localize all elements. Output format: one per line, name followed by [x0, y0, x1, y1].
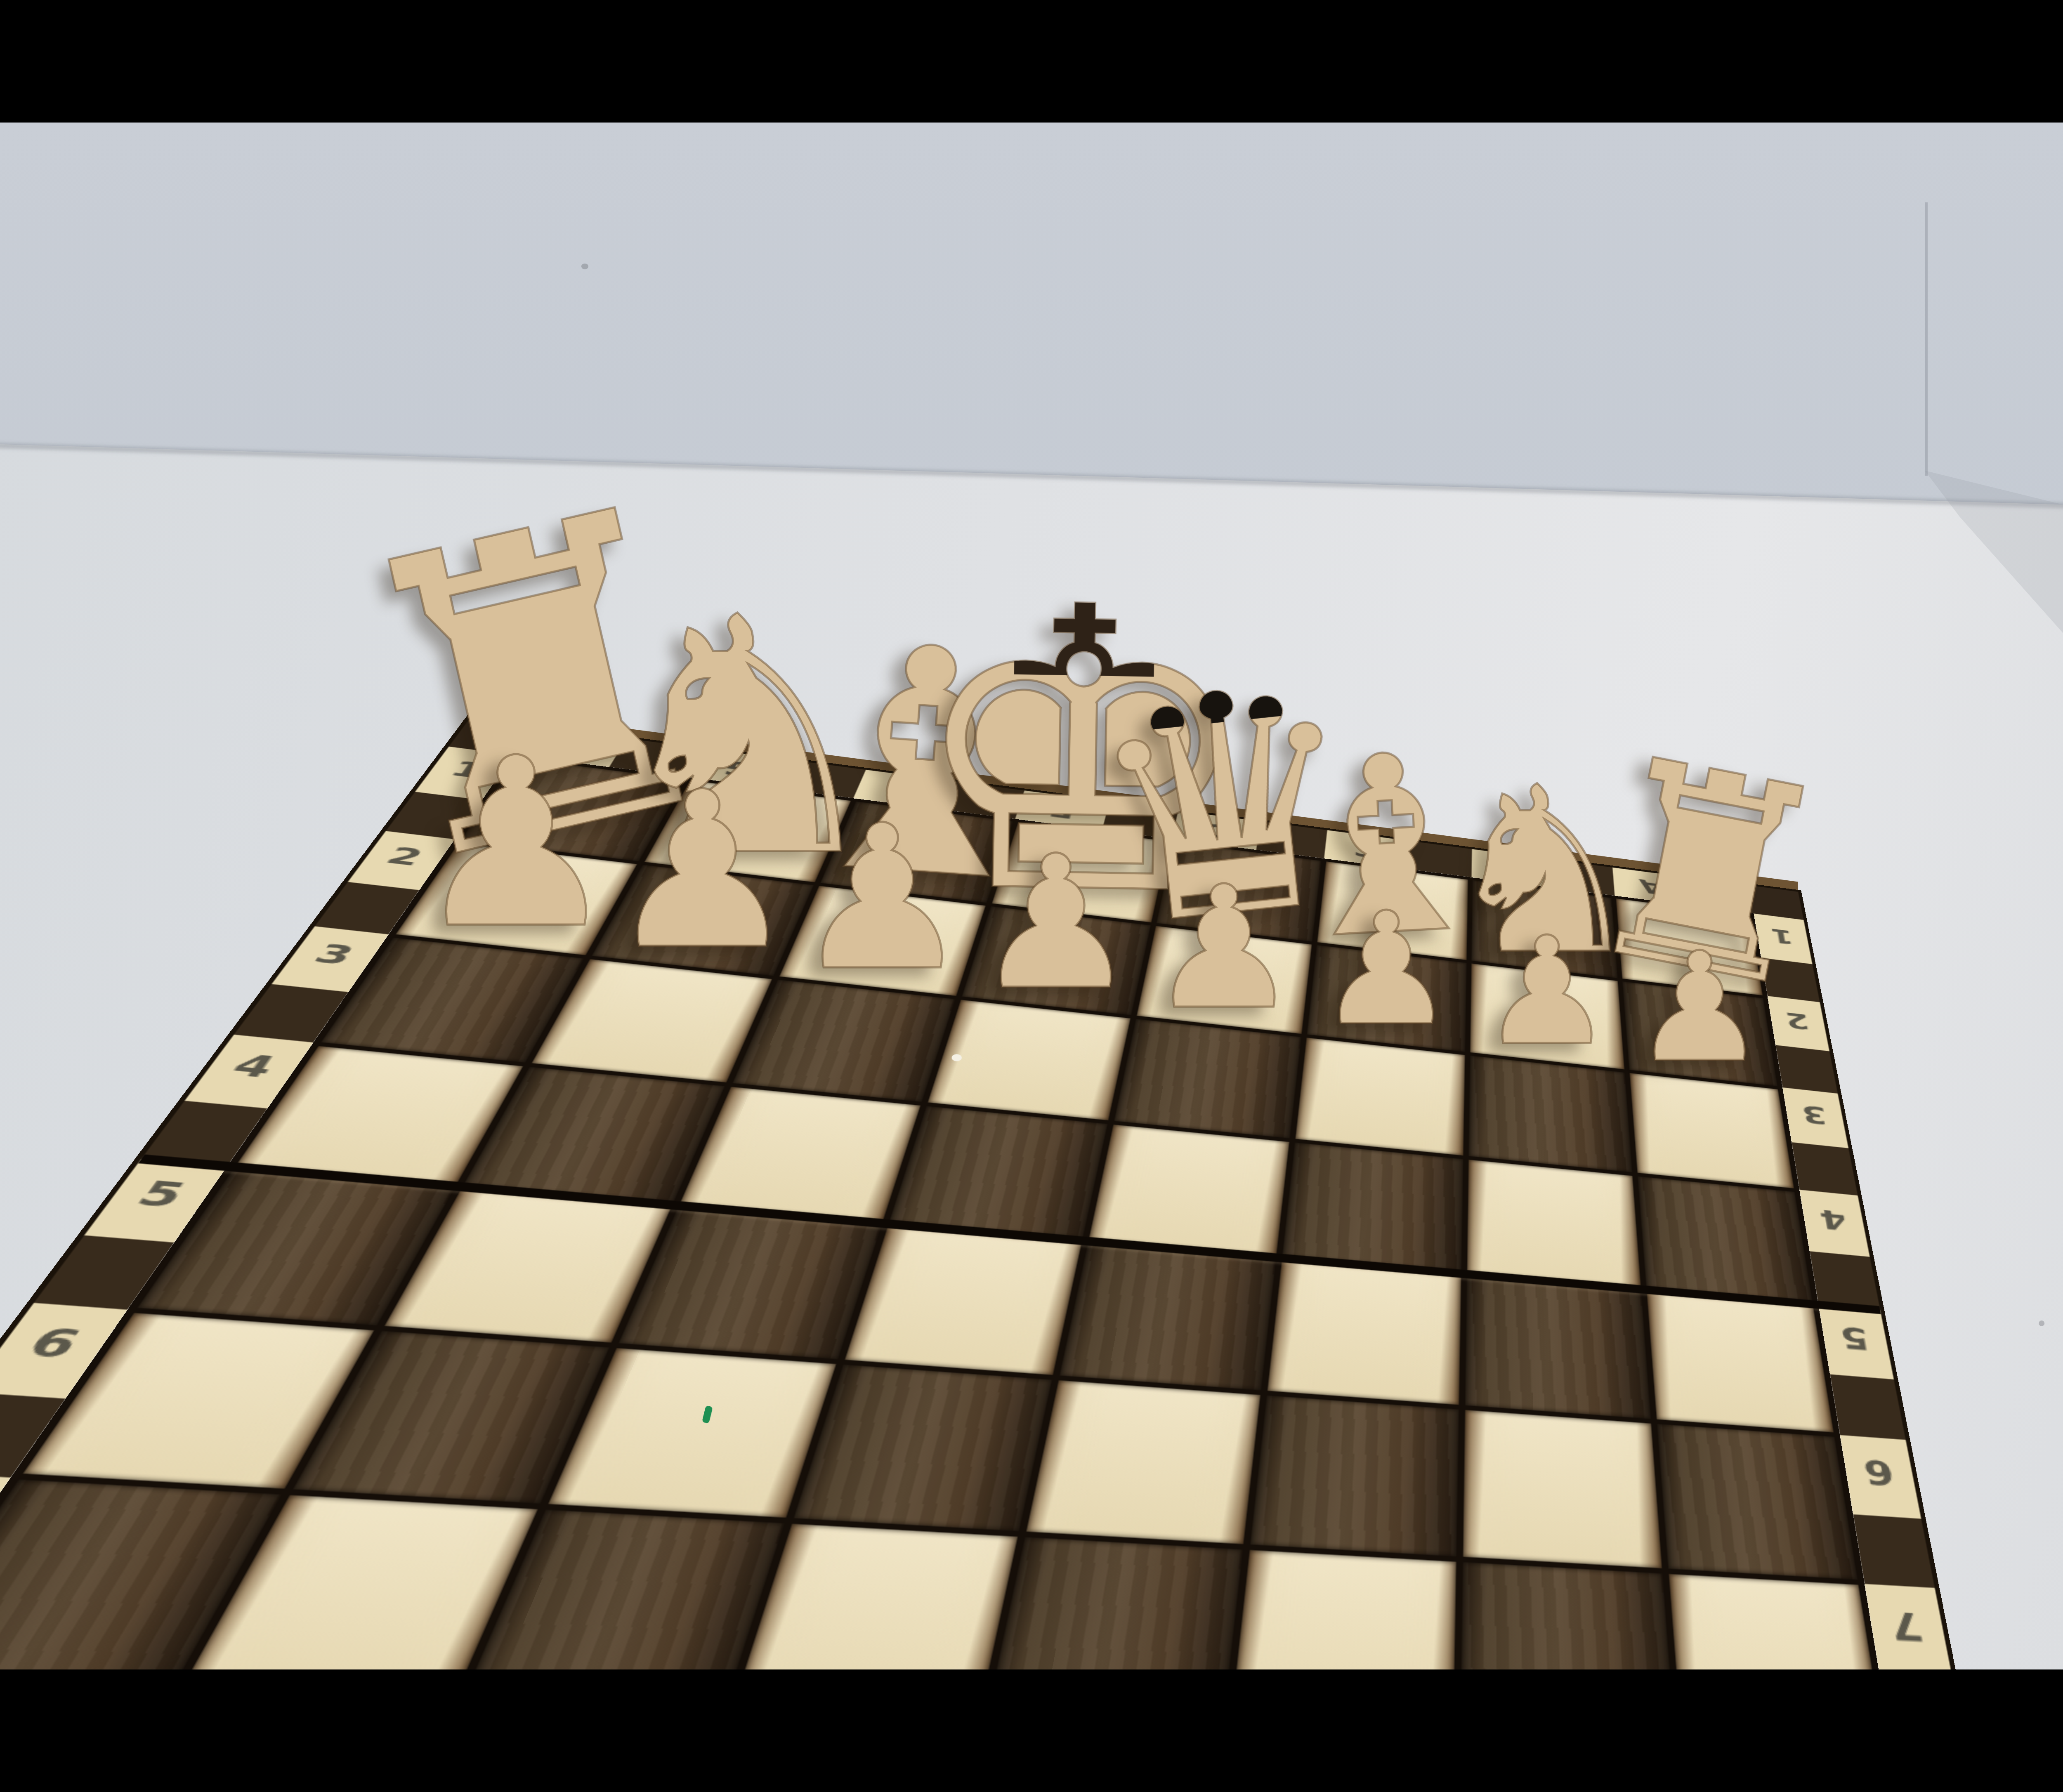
piece-white-pawn-b2[interactable]: ♟ [1480, 917, 1614, 1066]
piece-white-pawn-f2[interactable]: ♟ [793, 799, 972, 998]
photo-scene: HGFEDCBAHGFEDCBA1234567812345678 ♜♞♝♚♚♛♛… [0, 123, 2063, 1669]
pawn-glyph: ♟ [1148, 863, 1300, 1033]
piece-white-pawn-d2[interactable]: ♟ [1148, 863, 1300, 1033]
pawn-glyph: ♟ [1317, 894, 1456, 1049]
pawn-glyph: ♟ [974, 832, 1138, 1015]
pawn-glyph: ♟ [606, 764, 799, 979]
pawn-glyph: ♟ [793, 799, 972, 998]
piece-white-pawn-c2[interactable]: ♟ [1317, 894, 1456, 1049]
piece-white-pawn-e2[interactable]: ♟ [974, 832, 1138, 1015]
piece-white-pawn-g2[interactable]: ♟ [606, 764, 799, 979]
pieces-layer: ♜♞♝♚♚♛♛♝♞♜♟♟♟♟♟♟♟♟ [0, 123, 2063, 1669]
pawn-glyph: ♟ [1480, 917, 1614, 1066]
pawn-glyph: ♟ [1632, 933, 1767, 1083]
piece-white-pawn-a2[interactable]: ♟ [1632, 933, 1767, 1083]
piece-white-pawn-h2[interactable]: ♟ [411, 727, 621, 960]
pawn-glyph: ♟ [411, 727, 621, 960]
